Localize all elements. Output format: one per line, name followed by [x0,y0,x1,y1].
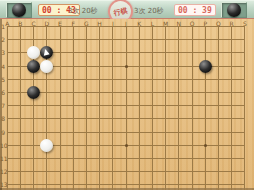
column-label-S: S [240,20,250,27]
stone-white-D4 [40,60,53,73]
stone-white-C3 [27,46,40,59]
column-label-H: H [95,20,105,27]
stone-black-P4 [199,60,212,73]
grid-line-vertical [139,27,140,191]
right-player-byoyomi: 3次 20秒 [134,6,164,16]
column-label-E: E [55,20,65,27]
left-player-avatar [6,2,32,18]
board-bottom-shadow [0,188,254,190]
go-game-screen: 00 : 43 3次 20秒 行棋 3次 20秒 00 : 39 ABCDEFG… [0,0,254,190]
row-label-4: 4 [0,63,7,70]
column-label-N: N [174,20,184,27]
grid-line-vertical [152,27,153,191]
grid-line-horizontal [7,105,246,106]
seal-text: 行棋 [113,5,129,18]
stone-white-D10 [40,139,53,152]
row-label-8: 8 [0,115,7,122]
grid-line-vertical [20,27,21,191]
grid-line-horizontal [7,118,246,119]
grid-line-vertical [7,27,8,191]
column-label-C: C [29,20,39,27]
column-label-J: J [121,20,131,27]
grid-line-vertical [218,27,219,191]
grid-line-horizontal [7,158,246,159]
star-point-J10 [125,144,128,147]
column-label-B: B [15,20,25,27]
star-point-P10 [204,144,207,147]
grid-line-vertical [231,27,232,191]
grid-line-vertical [86,27,87,191]
grid-line-vertical [73,27,74,191]
grid-line-vertical [165,27,166,191]
grid-line-vertical [126,27,127,191]
column-label-I: I [108,20,118,27]
grid-line-vertical [99,27,100,191]
row-label-5: 5 [0,76,7,83]
row-label-13: 13 [0,181,7,188]
grid-line-vertical [244,27,245,191]
top-bar: 00 : 43 3次 20秒 行棋 3次 20秒 00 : 39 [0,0,254,19]
row-label-2: 2 [0,36,7,43]
grid-line-horizontal [7,184,246,185]
column-label-F: F [68,20,78,27]
grid-line-vertical [60,27,61,191]
column-label-Q: Q [213,20,223,27]
column-label-G: G [81,20,91,27]
grid-line-vertical [112,27,113,191]
grid-line-horizontal [7,92,246,93]
row-label-1: 1 [0,23,7,30]
column-label-L: L [147,20,157,27]
star-point-J4 [125,65,128,68]
grid-line-vertical [192,27,193,191]
last-move-triangle-marker [43,49,50,56]
black-stone-icon [227,3,241,17]
go-board[interactable]: ABCDEFGHIJKLMNOPQRS12345678910111213 [0,19,254,190]
row-label-3: 3 [0,49,7,56]
stone-black-D3 [40,46,53,59]
row-label-12: 12 [0,168,7,175]
row-label-11: 11 [0,155,7,162]
left-player-byoyomi: 3次 20秒 [68,6,98,16]
row-label-10: 10 [0,142,7,149]
grid-line-vertical [205,27,206,191]
black-stone-icon [12,3,26,17]
row-label-7: 7 [0,102,7,109]
row-label-9: 9 [0,129,7,136]
grid-line-horizontal [7,171,246,172]
column-label-R: R [227,20,237,27]
grid-line-horizontal [7,132,246,133]
stone-black-C4 [27,60,40,73]
column-label-M: M [161,20,171,27]
right-player-clock: 00 : 39 [174,4,216,16]
column-label-K: K [134,20,144,27]
grid-line-horizontal [7,79,246,80]
right-player-avatar [221,2,247,18]
grid-line-vertical [178,27,179,191]
stone-black-C6 [27,86,40,99]
column-label-D: D [42,20,52,27]
grid-line-horizontal [7,39,246,40]
column-label-P: P [200,20,210,27]
row-label-6: 6 [0,89,7,96]
column-label-O: O [187,20,197,27]
